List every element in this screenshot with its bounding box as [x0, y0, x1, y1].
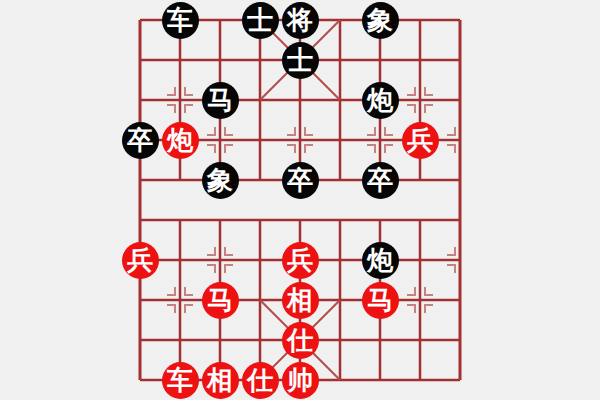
piece-black-horse[interactable]: 马 [200, 80, 240, 120]
piece-glyph: 兵 [282, 242, 319, 279]
piece-glyph: 车 [162, 362, 199, 399]
piece-glyph: 将 [282, 2, 319, 39]
piece-glyph: 马 [202, 282, 239, 319]
xiangqi-app: 车士将象士马炮卒炮兵象卒卒兵兵炮马相马仕车相仕帅 [0, 0, 600, 400]
piece-red-advisor[interactable]: 仕 [280, 320, 320, 360]
piece-glyph: 帅 [282, 362, 319, 399]
piece-glyph: 马 [202, 82, 239, 119]
piece-glyph: 炮 [362, 82, 399, 119]
piece-black-cannon[interactable]: 炮 [360, 240, 400, 280]
piece-black-chariot[interactable]: 车 [160, 0, 200, 40]
piece-red-elephant[interactable]: 相 [200, 360, 240, 400]
piece-glyph: 士 [242, 2, 279, 39]
piece-glyph: 相 [202, 362, 239, 399]
piece-glyph: 马 [362, 282, 399, 319]
piece-glyph: 兵 [402, 122, 439, 159]
piece-red-chariot[interactable]: 车 [160, 360, 200, 400]
piece-black-general[interactable]: 将 [280, 0, 320, 40]
piece-red-horse[interactable]: 马 [200, 280, 240, 320]
xiangqi-board[interactable]: 车士将象士马炮卒炮兵象卒卒兵兵炮马相马仕车相仕帅 [120, 0, 480, 400]
piece-black-soldier[interactable]: 卒 [120, 120, 160, 160]
piece-glyph: 兵 [122, 242, 159, 279]
piece-red-soldier[interactable]: 兵 [120, 240, 160, 280]
piece-black-advisor[interactable]: 士 [280, 40, 320, 80]
piece-glyph: 仕 [242, 362, 279, 399]
piece-black-soldier[interactable]: 卒 [280, 160, 320, 200]
piece-black-cannon[interactable]: 炮 [360, 80, 400, 120]
piece-glyph: 士 [282, 42, 319, 79]
piece-red-elephant[interactable]: 相 [280, 280, 320, 320]
piece-glyph: 炮 [162, 122, 199, 159]
piece-glyph: 炮 [362, 242, 399, 279]
piece-glyph: 卒 [122, 122, 159, 159]
piece-glyph: 象 [362, 2, 399, 39]
piece-glyph: 相 [282, 282, 319, 319]
piece-glyph: 车 [162, 2, 199, 39]
piece-black-elephant[interactable]: 象 [200, 160, 240, 200]
piece-red-general[interactable]: 帅 [280, 360, 320, 400]
piece-red-cannon[interactable]: 炮 [160, 120, 200, 160]
piece-glyph: 卒 [282, 162, 319, 199]
piece-black-elephant[interactable]: 象 [360, 0, 400, 40]
piece-red-advisor[interactable]: 仕 [240, 360, 280, 400]
piece-red-horse[interactable]: 马 [360, 280, 400, 320]
piece-glyph: 象 [202, 162, 239, 199]
piece-black-advisor[interactable]: 士 [240, 0, 280, 40]
piece-red-soldier[interactable]: 兵 [280, 240, 320, 280]
piece-glyph: 卒 [362, 162, 399, 199]
piece-glyph: 仕 [282, 322, 319, 359]
piece-black-soldier[interactable]: 卒 [360, 160, 400, 200]
piece-red-soldier[interactable]: 兵 [400, 120, 440, 160]
